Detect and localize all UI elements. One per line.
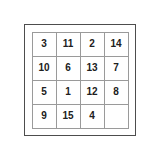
tile-5[interactable]: 5 [33, 81, 56, 104]
puzzle-grid: 311214106137511289154 [32, 32, 129, 129]
puzzle-frame: 311214106137511289154 [24, 24, 136, 136]
tile-3[interactable]: 3 [33, 33, 56, 56]
tile-13[interactable]: 13 [81, 57, 104, 80]
tile-8[interactable]: 8 [105, 81, 128, 104]
tile-10[interactable]: 10 [33, 57, 56, 80]
tile-7[interactable]: 7 [105, 57, 128, 80]
empty-cell [105, 105, 128, 128]
tile-1[interactable]: 1 [57, 81, 80, 104]
tile-12[interactable]: 12 [81, 81, 104, 104]
tile-15[interactable]: 15 [57, 105, 80, 128]
tile-2[interactable]: 2 [81, 33, 104, 56]
tile-6[interactable]: 6 [57, 57, 80, 80]
tile-11[interactable]: 11 [57, 33, 80, 56]
tile-9[interactable]: 9 [33, 105, 56, 128]
page-background: 311214106137511289154 [0, 0, 160, 160]
tile-14[interactable]: 14 [105, 33, 128, 56]
tile-4[interactable]: 4 [81, 105, 104, 128]
